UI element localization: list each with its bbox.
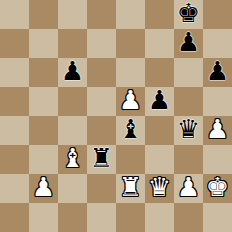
square-h2[interactable]: ♚	[203, 174, 232, 203]
black-rook-piece: ♜	[90, 145, 113, 173]
square-h8[interactable]	[203, 0, 232, 29]
square-d4[interactable]	[87, 116, 116, 145]
square-e1[interactable]	[116, 203, 145, 232]
square-g1[interactable]	[174, 203, 203, 232]
square-a8[interactable]	[0, 0, 29, 29]
square-e4[interactable]: ♝	[116, 116, 145, 145]
black-pawn-piece: ♟	[177, 29, 200, 57]
white-pawn-piece: ♟	[119, 87, 142, 115]
square-d2[interactable]	[87, 174, 116, 203]
square-c8[interactable]	[58, 0, 87, 29]
white-pawn-piece: ♟	[32, 174, 55, 202]
square-e8[interactable]	[116, 0, 145, 29]
square-h5[interactable]	[203, 87, 232, 116]
square-e5[interactable]: ♟	[116, 87, 145, 116]
square-a4[interactable]	[0, 116, 29, 145]
square-b3[interactable]	[29, 145, 58, 174]
square-g6[interactable]	[174, 58, 203, 87]
square-f2[interactable]: ♛	[145, 174, 174, 203]
black-pawn-piece: ♟	[206, 58, 229, 86]
square-f8[interactable]	[145, 0, 174, 29]
white-pawn-piece: ♟	[177, 174, 200, 202]
square-e2[interactable]: ♜	[116, 174, 145, 203]
square-d6[interactable]	[87, 58, 116, 87]
square-c7[interactable]	[58, 29, 87, 58]
square-e6[interactable]	[116, 58, 145, 87]
square-d5[interactable]	[87, 87, 116, 116]
square-h7[interactable]	[203, 29, 232, 58]
square-b7[interactable]	[29, 29, 58, 58]
square-d3[interactable]: ♜	[87, 145, 116, 174]
square-c3[interactable]: ♝	[58, 145, 87, 174]
square-d1[interactable]	[87, 203, 116, 232]
white-king-piece: ♚	[206, 174, 229, 202]
square-f6[interactable]	[145, 58, 174, 87]
square-c4[interactable]	[58, 116, 87, 145]
square-b8[interactable]	[29, 0, 58, 29]
black-pawn-piece: ♟	[61, 58, 84, 86]
square-b1[interactable]	[29, 203, 58, 232]
square-g7[interactable]: ♟	[174, 29, 203, 58]
square-g4[interactable]: ♛	[174, 116, 203, 145]
square-f5[interactable]: ♟	[145, 87, 174, 116]
square-c6[interactable]: ♟	[58, 58, 87, 87]
white-rook-piece: ♜	[119, 174, 142, 202]
square-a6[interactable]	[0, 58, 29, 87]
square-g5[interactable]	[174, 87, 203, 116]
white-queen-piece: ♛	[148, 174, 171, 202]
square-g3[interactable]	[174, 145, 203, 174]
black-pawn-piece: ♟	[148, 87, 171, 115]
square-e3[interactable]	[116, 145, 145, 174]
square-g8[interactable]: ♚	[174, 0, 203, 29]
white-bishop-piece: ♝	[61, 145, 84, 173]
square-b4[interactable]	[29, 116, 58, 145]
black-queen-piece: ♛	[177, 116, 200, 144]
white-pawn-piece: ♟	[206, 116, 229, 144]
square-b5[interactable]	[29, 87, 58, 116]
square-c5[interactable]	[58, 87, 87, 116]
square-a5[interactable]	[0, 87, 29, 116]
square-h6[interactable]: ♟	[203, 58, 232, 87]
square-f4[interactable]	[145, 116, 174, 145]
square-d8[interactable]	[87, 0, 116, 29]
square-a1[interactable]	[0, 203, 29, 232]
square-h1[interactable]	[203, 203, 232, 232]
black-king-piece: ♚	[177, 0, 200, 28]
black-bishop-piece: ♝	[119, 116, 142, 144]
square-h3[interactable]	[203, 145, 232, 174]
square-d7[interactable]	[87, 29, 116, 58]
square-h4[interactable]: ♟	[203, 116, 232, 145]
square-a3[interactable]	[0, 145, 29, 174]
square-e7[interactable]	[116, 29, 145, 58]
square-f1[interactable]	[145, 203, 174, 232]
square-a7[interactable]	[0, 29, 29, 58]
square-g2[interactable]: ♟	[174, 174, 203, 203]
square-a2[interactable]	[0, 174, 29, 203]
square-b6[interactable]	[29, 58, 58, 87]
square-b2[interactable]: ♟	[29, 174, 58, 203]
square-c1[interactable]	[58, 203, 87, 232]
chess-board: ♚♟♟♟♟♟♝♛♟♝♜♟♜♛♟♚	[0, 0, 232, 232]
square-c2[interactable]	[58, 174, 87, 203]
square-f7[interactable]	[145, 29, 174, 58]
square-f3[interactable]	[145, 145, 174, 174]
